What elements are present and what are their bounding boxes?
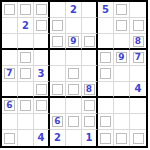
cell-r9c7[interactable] bbox=[98, 130, 114, 146]
empty-input[interactable] bbox=[116, 133, 127, 144]
cell-r1c3[interactable] bbox=[34, 2, 50, 18]
empty-input[interactable] bbox=[36, 100, 47, 111]
empty-input[interactable] bbox=[84, 116, 95, 127]
empty-input[interactable] bbox=[100, 68, 111, 79]
cell-r5c4 bbox=[50, 66, 66, 82]
entry-input[interactable]: 9 bbox=[116, 52, 127, 63]
cell-r8c3 bbox=[34, 114, 50, 130]
empty-input[interactable] bbox=[20, 4, 31, 15]
empty-input[interactable] bbox=[52, 36, 63, 47]
cell-r6c5[interactable] bbox=[66, 82, 82, 98]
cell-r3c6[interactable] bbox=[82, 34, 98, 50]
empty-input[interactable] bbox=[100, 133, 111, 144]
entry-input[interactable]: 8 bbox=[133, 36, 144, 47]
empty-input[interactable] bbox=[84, 36, 95, 47]
cell-r7c2[interactable] bbox=[18, 98, 34, 114]
cell-r1c1[interactable] bbox=[2, 2, 18, 18]
cell-r9c5 bbox=[66, 130, 82, 146]
cell-r3c2 bbox=[18, 34, 34, 50]
cell-r6c8 bbox=[114, 82, 130, 98]
empty-input[interactable] bbox=[68, 116, 79, 127]
empty-input[interactable] bbox=[68, 68, 79, 79]
entry-input[interactable]: 9 bbox=[68, 36, 79, 47]
cell-r2c7 bbox=[98, 18, 114, 34]
cell-r9c4: 2 bbox=[50, 130, 66, 146]
cell-r6c3[interactable] bbox=[34, 82, 50, 98]
given-digit: 4 bbox=[38, 133, 45, 143]
cell-r5c9 bbox=[130, 66, 146, 82]
given-digit: 4 bbox=[135, 84, 142, 94]
empty-input[interactable] bbox=[133, 133, 144, 144]
cell-r8c7[interactable] bbox=[98, 114, 114, 130]
cell-r1c2[interactable] bbox=[18, 2, 34, 18]
given-digit: 3 bbox=[38, 69, 45, 79]
cell-r3c9[interactable]: 8 bbox=[130, 34, 146, 50]
sudoku-board: 2529897738466421 bbox=[0, 0, 148, 148]
empty-input[interactable] bbox=[100, 116, 111, 127]
cell-r7c8 bbox=[114, 98, 130, 114]
entry-input[interactable]: 7 bbox=[133, 52, 144, 63]
cell-r1c8[interactable] bbox=[114, 2, 130, 18]
cell-r5c1[interactable]: 7 bbox=[2, 66, 18, 82]
cell-r2c3[interactable] bbox=[34, 18, 50, 34]
cell-r5c7[interactable] bbox=[98, 66, 114, 82]
cell-r1c6 bbox=[82, 2, 98, 18]
cell-r4c4 bbox=[50, 50, 66, 66]
empty-input[interactable] bbox=[116, 20, 127, 31]
cell-r7c4 bbox=[50, 98, 66, 114]
cell-r5c8 bbox=[114, 66, 130, 82]
cell-r5c5[interactable] bbox=[66, 66, 82, 82]
cell-r8c9 bbox=[130, 114, 146, 130]
empty-input[interactable] bbox=[36, 20, 47, 31]
cell-r3c8 bbox=[114, 34, 130, 50]
cell-r8c6[interactable] bbox=[82, 114, 98, 130]
entry-input[interactable]: 6 bbox=[52, 116, 63, 127]
empty-input[interactable] bbox=[133, 20, 144, 31]
cell-r7c3[interactable] bbox=[34, 98, 50, 114]
cell-r4c3 bbox=[34, 50, 50, 66]
empty-input[interactable] bbox=[68, 84, 79, 95]
cell-r3c3 bbox=[34, 34, 50, 50]
empty-input[interactable] bbox=[4, 4, 15, 15]
cell-r2c8[interactable] bbox=[114, 18, 130, 34]
cell-r8c4[interactable]: 6 bbox=[50, 114, 66, 130]
empty-input[interactable] bbox=[36, 4, 47, 15]
cell-r7c6[interactable] bbox=[82, 98, 98, 114]
cell-r9c9[interactable] bbox=[130, 130, 146, 146]
cell-r1c9 bbox=[130, 2, 146, 18]
cell-r9c8[interactable] bbox=[114, 130, 130, 146]
cell-r2c5 bbox=[66, 18, 82, 34]
cell-r1c7: 5 bbox=[98, 2, 114, 18]
cell-r9c1[interactable] bbox=[2, 130, 18, 146]
cell-r9c6: 1 bbox=[82, 130, 98, 146]
empty-input[interactable] bbox=[20, 68, 31, 79]
given-digit: 2 bbox=[22, 21, 29, 31]
cell-r2c6 bbox=[82, 18, 98, 34]
cell-r8c1 bbox=[2, 114, 18, 130]
cell-r7c1[interactable]: 6 bbox=[2, 98, 18, 114]
empty-input[interactable] bbox=[116, 4, 127, 15]
cell-r4c7[interactable] bbox=[98, 50, 114, 66]
cell-r8c2 bbox=[18, 114, 34, 130]
entry-input[interactable]: 6 bbox=[4, 100, 15, 111]
cell-r4c2[interactable] bbox=[18, 50, 34, 66]
empty-input[interactable] bbox=[20, 52, 31, 63]
cell-r2c4[interactable] bbox=[50, 18, 66, 34]
cell-r6c9: 4 bbox=[130, 82, 146, 98]
cell-r9c2 bbox=[18, 130, 34, 146]
cell-r4c6 bbox=[82, 50, 98, 66]
cell-r5c6 bbox=[82, 66, 98, 82]
empty-input[interactable] bbox=[100, 52, 111, 63]
cell-r2c1 bbox=[2, 18, 18, 34]
cell-r7c9 bbox=[130, 98, 146, 114]
cell-r6c1 bbox=[2, 82, 18, 98]
cell-r4c5 bbox=[66, 50, 82, 66]
cell-r6c4[interactable] bbox=[50, 82, 66, 98]
cell-r3c5[interactable]: 9 bbox=[66, 34, 82, 50]
cell-r6c2 bbox=[18, 82, 34, 98]
cell-r6c6[interactable]: 8 bbox=[82, 82, 98, 98]
cell-r2c9[interactable] bbox=[130, 18, 146, 34]
cell-r4c9[interactable]: 7 bbox=[130, 50, 146, 66]
cell-r8c5[interactable] bbox=[66, 114, 82, 130]
empty-input[interactable] bbox=[20, 100, 31, 111]
cell-r1c4 bbox=[50, 2, 66, 18]
empty-input[interactable] bbox=[84, 100, 95, 111]
cell-r7c5 bbox=[66, 98, 82, 114]
cell-r2c2: 2 bbox=[18, 18, 34, 34]
empty-input[interactable] bbox=[52, 20, 63, 31]
empty-input[interactable] bbox=[52, 84, 63, 95]
entry-input[interactable]: 7 bbox=[4, 68, 15, 79]
cell-r1c5: 2 bbox=[66, 2, 82, 18]
cell-r4c1 bbox=[2, 50, 18, 66]
given-digit: 2 bbox=[70, 5, 77, 15]
cell-r3c7 bbox=[98, 34, 114, 50]
entry-input[interactable]: 8 bbox=[84, 84, 95, 95]
cell-r5c3: 3 bbox=[34, 66, 50, 82]
cell-r6c7 bbox=[98, 82, 114, 98]
empty-input[interactable] bbox=[4, 133, 15, 144]
cell-r4c8[interactable]: 9 bbox=[114, 50, 130, 66]
empty-input[interactable] bbox=[36, 84, 47, 95]
cell-r7c7 bbox=[98, 98, 114, 114]
cell-r9c3: 4 bbox=[34, 130, 50, 146]
given-digit: 5 bbox=[102, 5, 109, 15]
cell-r5c2[interactable] bbox=[18, 66, 34, 82]
cell-r3c1 bbox=[2, 34, 18, 50]
cell-r8c8 bbox=[114, 114, 130, 130]
cell-r3c4[interactable] bbox=[50, 34, 66, 50]
given-digit: 1 bbox=[86, 133, 93, 143]
given-digit: 2 bbox=[54, 133, 61, 143]
